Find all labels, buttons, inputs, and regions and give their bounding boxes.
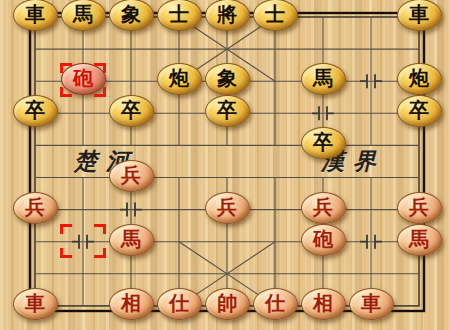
piece-glyph: 兵 <box>313 192 333 222</box>
piece-red-general[interactable]: 帥 <box>205 288 250 320</box>
piece-black-soldier[interactable]: 卒 <box>109 95 154 127</box>
piece-glyph: 卒 <box>409 95 429 125</box>
piece-red-chariot[interactable]: 車 <box>349 288 394 320</box>
piece-red-soldier[interactable]: 兵 <box>109 160 154 192</box>
piece-glyph: 炮 <box>169 63 189 93</box>
piece-black-advisor[interactable]: 士 <box>157 0 202 31</box>
piece-red-horse[interactable]: 馬 <box>397 224 442 256</box>
piece-black-chariot[interactable]: 車 <box>397 0 442 31</box>
piece-glyph: 象 <box>217 63 237 93</box>
piece-red-cannon[interactable]: 砲 <box>61 63 106 95</box>
piece-glyph: 砲 <box>313 224 333 254</box>
piece-black-general[interactable]: 將 <box>205 0 250 31</box>
piece-black-advisor[interactable]: 士 <box>253 0 298 31</box>
piece-black-soldier[interactable]: 卒 <box>13 95 58 127</box>
piece-black-horse[interactable]: 馬 <box>301 63 346 95</box>
piece-glyph: 將 <box>217 0 237 29</box>
piece-black-soldier[interactable]: 卒 <box>301 127 346 159</box>
piece-red-elephant[interactable]: 相 <box>109 288 154 320</box>
piece-red-soldier[interactable]: 兵 <box>301 192 346 224</box>
piece-glyph: 馬 <box>313 63 333 93</box>
piece-glyph: 車 <box>409 0 429 29</box>
piece-glyph: 卒 <box>313 127 333 157</box>
piece-glyph: 馬 <box>73 0 93 29</box>
piece-red-horse[interactable]: 馬 <box>109 224 154 256</box>
piece-glyph: 卒 <box>217 95 237 125</box>
piece-glyph: 炮 <box>409 63 429 93</box>
piece-red-elephant[interactable]: 相 <box>301 288 346 320</box>
xiangqi-board[interactable]: 楚河 漢界 車馬象士將士車砲炮象馬炮卒卒卒卒卒兵兵兵兵兵馬砲馬車相仕帥仕相車 <box>0 0 450 330</box>
piece-black-horse[interactable]: 馬 <box>61 0 106 31</box>
piece-black-soldier[interactable]: 卒 <box>397 95 442 127</box>
piece-glyph: 卒 <box>121 95 141 125</box>
piece-red-soldier[interactable]: 兵 <box>13 192 58 224</box>
piece-grid: 車馬象士將士車砲炮象馬炮卒卒卒卒卒兵兵兵兵兵馬砲馬車相仕帥仕相車 <box>11 0 443 320</box>
piece-black-cannon[interactable]: 炮 <box>157 63 202 95</box>
piece-glyph: 馬 <box>121 224 141 254</box>
piece-glyph: 士 <box>265 0 285 29</box>
piece-glyph: 馬 <box>409 224 429 254</box>
piece-glyph: 相 <box>121 288 141 318</box>
piece-black-chariot[interactable]: 車 <box>13 0 58 31</box>
piece-red-chariot[interactable]: 車 <box>13 288 58 320</box>
piece-glyph: 卒 <box>25 95 45 125</box>
piece-black-soldier[interactable]: 卒 <box>205 95 250 127</box>
piece-red-cannon[interactable]: 砲 <box>301 224 346 256</box>
piece-glyph: 車 <box>25 0 45 29</box>
piece-black-elephant[interactable]: 象 <box>109 0 154 31</box>
piece-glyph: 兵 <box>217 192 237 222</box>
piece-glyph: 車 <box>361 288 381 318</box>
piece-glyph: 車 <box>25 288 45 318</box>
piece-glyph: 仕 <box>169 288 189 318</box>
piece-glyph: 仕 <box>265 288 285 318</box>
piece-red-advisor[interactable]: 仕 <box>253 288 298 320</box>
piece-black-elephant[interactable]: 象 <box>205 63 250 95</box>
piece-glyph: 相 <box>313 288 333 318</box>
piece-red-advisor[interactable]: 仕 <box>157 288 202 320</box>
piece-glyph: 砲 <box>73 63 93 93</box>
piece-red-soldier[interactable]: 兵 <box>205 192 250 224</box>
piece-glyph: 兵 <box>409 192 429 222</box>
piece-red-soldier[interactable]: 兵 <box>397 192 442 224</box>
piece-glyph: 兵 <box>25 192 45 222</box>
piece-glyph: 帥 <box>217 288 237 318</box>
piece-glyph: 象 <box>121 0 141 29</box>
piece-glyph: 士 <box>169 0 189 29</box>
piece-black-cannon[interactable]: 炮 <box>397 63 442 95</box>
piece-glyph: 兵 <box>121 160 141 190</box>
